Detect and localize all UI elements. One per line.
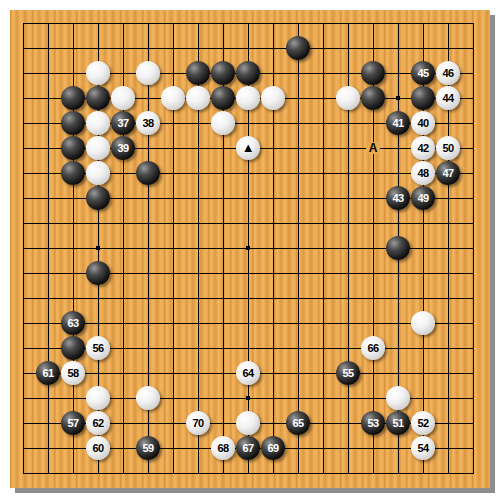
stone-number: 70 — [192, 418, 203, 429]
board-label-A: A — [366, 142, 380, 154]
stone-black — [61, 336, 85, 360]
stone-number: 46 — [442, 68, 453, 79]
stone-move-43: 43 — [386, 186, 410, 210]
stone-move-62: 62 — [86, 411, 110, 435]
stone-white: ▲ — [236, 136, 260, 160]
stone-move-60: 60 — [86, 436, 110, 460]
stone-white — [86, 161, 110, 185]
stone-move-69: 69 — [261, 436, 285, 460]
stone-white — [136, 61, 160, 85]
stone-move-61: 61 — [36, 361, 60, 385]
stone-black — [86, 86, 110, 110]
stone-number: 43 — [392, 193, 403, 204]
stone-move-40: 40 — [411, 111, 435, 135]
stone-move-67: 67 — [236, 436, 260, 460]
stone-number: 50 — [442, 143, 453, 154]
stone-black — [61, 161, 85, 185]
stone-black — [361, 61, 385, 85]
stone-number: 55 — [342, 368, 353, 379]
stone-number: 63 — [67, 318, 78, 329]
star-point — [246, 396, 250, 400]
stone-move-45: 45 — [411, 61, 435, 85]
stone-number: 39 — [117, 143, 128, 154]
stone-white — [111, 86, 135, 110]
stone-move-70: 70 — [186, 411, 210, 435]
stone-black — [136, 161, 160, 185]
star-point — [396, 96, 400, 100]
stone-number: 65 — [292, 418, 303, 429]
stone-move-49: 49 — [411, 186, 435, 210]
stone-number: 59 — [142, 443, 153, 454]
stone-white — [336, 86, 360, 110]
stone-white — [161, 86, 185, 110]
stone-white — [186, 86, 210, 110]
stone-move-48: 48 — [411, 161, 435, 185]
stone-move-41: 41 — [386, 111, 410, 135]
stone-number: 67 — [242, 443, 253, 454]
stone-number: 68 — [217, 443, 228, 454]
grid-line-horizontal — [23, 298, 474, 299]
stone-black — [286, 36, 310, 60]
stone-number: 64 — [242, 368, 253, 379]
stone-move-58: 58 — [61, 361, 85, 385]
stone-black — [61, 136, 85, 160]
stone-move-65: 65 — [286, 411, 310, 435]
grid-line-vertical — [473, 23, 474, 474]
stone-number: 49 — [417, 193, 428, 204]
stone-number: 58 — [67, 368, 78, 379]
star-point — [96, 246, 100, 250]
stone-number: 57 — [67, 418, 78, 429]
stone-move-50: 50 — [436, 136, 460, 160]
stone-white — [261, 86, 285, 110]
stone-number: 47 — [442, 168, 453, 179]
go-board[interactable]: 4546443738414039▲42504847434963566661586… — [10, 10, 490, 488]
stone-black — [411, 86, 435, 110]
stone-number: 48 — [417, 168, 428, 179]
stone-white — [411, 311, 435, 335]
stone-black — [61, 111, 85, 135]
diagram-page: 4546443738414039▲42504847434963566661586… — [0, 0, 500, 500]
stone-white — [136, 386, 160, 410]
stone-move-55: 55 — [336, 361, 360, 385]
stone-black — [211, 61, 235, 85]
stone-number: 37 — [117, 118, 128, 129]
stone-move-59: 59 — [136, 436, 160, 460]
stone-number: 66 — [367, 343, 378, 354]
stone-number: 69 — [267, 443, 278, 454]
stone-number: 52 — [417, 418, 428, 429]
stone-move-56: 56 — [86, 336, 110, 360]
stone-black — [386, 236, 410, 260]
stone-number: 53 — [367, 418, 378, 429]
stone-white — [86, 386, 110, 410]
stone-number: 60 — [92, 443, 103, 454]
stone-black — [236, 61, 260, 85]
stone-move-51: 51 — [386, 411, 410, 435]
stone-move-52: 52 — [411, 411, 435, 435]
stone-move-38: 38 — [136, 111, 160, 135]
stone-black — [86, 186, 110, 210]
stone-move-39: 39 — [111, 136, 135, 160]
stone-move-46: 46 — [436, 61, 460, 85]
stone-move-53: 53 — [361, 411, 385, 435]
stone-black — [86, 261, 110, 285]
stone-move-44: 44 — [436, 86, 460, 110]
stone-white — [211, 111, 235, 135]
stone-white — [236, 411, 260, 435]
stone-number: 44 — [442, 93, 453, 104]
stone-move-66: 66 — [361, 336, 385, 360]
stone-move-54: 54 — [411, 436, 435, 460]
grid-line-vertical — [298, 23, 299, 474]
stone-number: 42 — [417, 143, 428, 154]
stone-number: 45 — [417, 68, 428, 79]
stone-black — [61, 86, 85, 110]
stone-number: 54 — [417, 443, 428, 454]
star-point — [246, 246, 250, 250]
stone-move-42: 42 — [411, 136, 435, 160]
stone-number: 62 — [92, 418, 103, 429]
stone-black — [361, 86, 385, 110]
stone-black — [211, 86, 235, 110]
stone-white — [86, 61, 110, 85]
grid-line-vertical — [323, 23, 324, 474]
stone-number: 38 — [142, 118, 153, 129]
stone-white — [236, 86, 260, 110]
stone-move-64: 64 — [236, 361, 260, 385]
stone-move-47: 47 — [436, 161, 460, 185]
stone-move-37: 37 — [111, 111, 135, 135]
stone-number: 56 — [92, 343, 103, 354]
stone-move-57: 57 — [61, 411, 85, 435]
stone-number: 40 — [417, 118, 428, 129]
stone-move-63: 63 — [61, 311, 85, 335]
stone-white — [386, 386, 410, 410]
grid-line-horizontal — [23, 323, 474, 324]
stone-move-68: 68 — [211, 436, 235, 460]
stone-number: 41 — [392, 118, 403, 129]
stone-number: 61 — [42, 368, 53, 379]
stone-white — [86, 111, 110, 135]
grid-line-horizontal — [23, 473, 474, 474]
stone-number: 51 — [392, 418, 403, 429]
stone-white — [86, 136, 110, 160]
stone-black — [186, 61, 210, 85]
triangle-marker-icon: ▲ — [242, 141, 254, 154]
